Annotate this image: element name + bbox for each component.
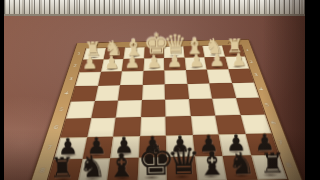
square-g5 [91,101,118,119]
square-g7: ♟ [82,137,113,159]
square-e7: ♟ [138,136,166,158]
square-c5 [189,99,216,116]
square-c1: ♝ [183,46,204,58]
square-f8: ♝ [107,158,138,180]
square-g1: ♞ [103,48,125,60]
square-d6 [165,116,192,136]
square-d5 [165,99,190,116]
piece-shadow [197,149,219,155]
square-e2: ♟ [143,58,164,71]
square-g2: ♟ [101,59,124,72]
square-e5 [141,100,166,118]
square-c3 [186,70,210,84]
piece-shadow [58,152,81,159]
square-f3 [120,71,143,85]
piece-shadow [229,172,253,179]
square-f7: ♟ [110,136,139,158]
square-a7: ♟ [245,133,279,155]
square-f5 [116,100,142,118]
square-d4 [165,84,189,100]
square-g4 [94,85,120,101]
piece-shadow [259,171,284,178]
square-e4 [141,84,165,100]
square-b3 [207,69,232,83]
piece-shadow [51,176,75,180]
piece-shadow [252,148,275,154]
square-c6 [190,116,218,136]
square-h2: ♟ [79,59,103,72]
square-c2: ♟ [184,57,207,70]
square-a4 [232,82,260,98]
piece-shadow [225,149,247,155]
letterbox-right [305,0,320,180]
square-a6 [240,114,271,133]
square-b7: ♟ [219,134,251,156]
square-e3 [142,71,164,85]
wall-background [4,0,305,16]
square-a3 [228,69,254,83]
square-f6 [113,117,140,137]
piece-shadow [200,173,224,180]
square-f2: ♟ [122,59,144,72]
square-h1: ♜ [83,48,106,60]
piece-shadow [81,175,105,180]
square-h6 [60,118,90,138]
square-b5 [212,98,240,115]
square-d1: ♛ [164,46,185,58]
piece-shadow [111,174,134,180]
square-f1: ♝ [123,47,144,59]
photo-frame: HGFEDCBA HGFEDCBA 12345678 12345678 ♜♞♝♚… [4,0,305,180]
square-g3 [98,71,122,85]
square-f4 [118,85,142,101]
square-e8: ♚ [137,157,167,180]
piece-shadow [141,174,164,180]
square-h3 [75,72,100,86]
square-a1: ♜ [222,45,245,57]
square-e1: ♚ [144,47,164,59]
square-e6 [139,117,165,137]
piece-shadow [114,151,136,157]
square-g6 [87,118,116,138]
square-d2: ♟ [164,58,186,71]
letterbox-left [0,0,4,180]
square-c4 [187,83,212,99]
square-g8: ♞ [77,158,110,180]
piece-shadow [86,151,108,157]
chess-board: HGFEDCBA HGFEDCBA 12345678 12345678 ♜♞♝♚… [25,39,305,180]
square-b8: ♞ [223,155,258,180]
piece-shadow [142,150,163,156]
square-h8: ♜ [47,159,82,180]
square-c7: ♟ [192,135,222,157]
piece-shadow [170,173,193,180]
square-a2: ♟ [225,56,250,69]
square-d7: ♟ [166,135,195,157]
square-c8: ♝ [195,156,228,180]
square-d3 [164,70,187,84]
square-a5 [236,98,265,115]
piece-shadow [170,150,192,156]
square-d8: ♛ [166,157,197,180]
